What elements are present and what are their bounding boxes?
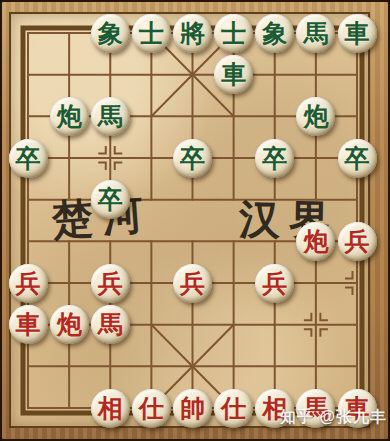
piece-red-soldier[interactable]: 兵 [255, 264, 294, 303]
piece-red-elephant[interactable]: 相 [91, 389, 130, 428]
piece-black-chariot[interactable]: 車 [214, 55, 253, 94]
piece-red-soldier[interactable]: 兵 [173, 264, 212, 303]
piece-black-soldier[interactable]: 卒 [173, 139, 212, 178]
piece-black-soldier[interactable]: 卒 [255, 139, 294, 178]
piece-red-advisor[interactable]: 仕 [132, 389, 171, 428]
piece-red-chariot[interactable]: 車 [9, 305, 48, 344]
piece-black-soldier[interactable]: 卒 [91, 180, 130, 219]
piece-red-advisor[interactable]: 仕 [214, 389, 253, 428]
piece-black-soldier[interactable]: 卒 [338, 139, 377, 178]
piece-red-marshal[interactable]: 帥 [173, 389, 212, 428]
piece-black-elephant[interactable]: 象 [255, 14, 294, 53]
piece-red-cannon[interactable]: 炮 [50, 305, 89, 344]
watermark: 知乎 @张九丰 [280, 407, 387, 428]
piece-red-cannon[interactable]: 炮 [296, 222, 335, 261]
piece-black-cannon[interactable]: 炮 [50, 97, 89, 136]
piece-red-soldier[interactable]: 兵 [91, 264, 130, 303]
piece-black-soldier[interactable]: 卒 [9, 139, 48, 178]
piece-black-horse[interactable]: 馬 [91, 97, 130, 136]
piece-red-soldier[interactable]: 兵 [9, 264, 48, 303]
piece-red-horse[interactable]: 馬 [91, 305, 130, 344]
xiangqi-board: 楚河 汉界 象士將士象馬車車炮馬炮卒卒卒卒卒炮兵兵兵兵兵車炮馬相仕帥仕相馬車 知… [0, 0, 390, 441]
piece-red-soldier[interactable]: 兵 [338, 222, 377, 261]
piece-black-cannon[interactable]: 炮 [296, 97, 335, 136]
piece-black-general[interactable]: 將 [173, 14, 212, 53]
pieces-layer: 象士將士象馬車車炮馬炮卒卒卒卒卒炮兵兵兵兵兵車炮馬相仕帥仕相馬車 [0, 0, 390, 441]
piece-black-chariot[interactable]: 車 [338, 14, 377, 53]
piece-black-advisor[interactable]: 士 [214, 14, 253, 53]
piece-black-elephant[interactable]: 象 [91, 14, 130, 53]
piece-black-horse[interactable]: 馬 [296, 14, 335, 53]
piece-black-advisor[interactable]: 士 [132, 14, 171, 53]
